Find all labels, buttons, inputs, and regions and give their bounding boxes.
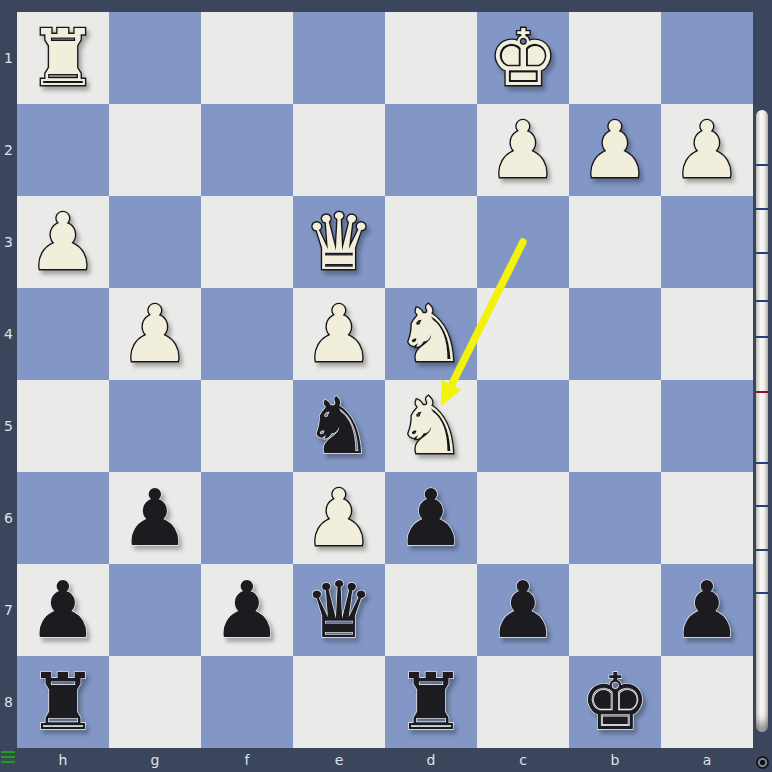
square-b7[interactable]: [569, 564, 661, 656]
file-label-g: g: [135, 751, 175, 769]
slider-tick: [756, 592, 768, 594]
piece-white-queen-e3[interactable]: ♛: [293, 196, 385, 288]
square-d1[interactable]: [385, 12, 477, 104]
square-a2[interactable]: ♟: [661, 104, 753, 196]
slider-tick: [756, 300, 768, 302]
slider-tick: [756, 336, 768, 338]
piece-white-knight-d4[interactable]: ♞: [385, 288, 477, 380]
square-d8[interactable]: ♜: [385, 656, 477, 748]
square-g8[interactable]: [109, 656, 201, 748]
square-b5[interactable]: [569, 380, 661, 472]
piece-black-rook-d8[interactable]: ♜: [385, 656, 477, 748]
piece-white-pawn-b2[interactable]: ♟: [569, 104, 661, 196]
square-e6[interactable]: ♟: [293, 472, 385, 564]
square-a8[interactable]: [661, 656, 753, 748]
square-c6[interactable]: [477, 472, 569, 564]
square-h8[interactable]: ♜: [17, 656, 109, 748]
slider-tick: [756, 164, 768, 166]
menu-line: [1, 761, 15, 763]
square-c1[interactable]: ♚: [477, 12, 569, 104]
square-d5[interactable]: ♞: [385, 380, 477, 472]
rank-label-5: 5: [0, 417, 17, 435]
square-c5[interactable]: [477, 380, 569, 472]
piece-black-queen-e7[interactable]: ♛: [293, 564, 385, 656]
piece-white-pawn-c2[interactable]: ♟: [477, 104, 569, 196]
rank-label-7: 7: [0, 601, 17, 619]
square-e2[interactable]: [293, 104, 385, 196]
square-g1[interactable]: [109, 12, 201, 104]
piece-black-pawn-c7[interactable]: ♟: [477, 564, 569, 656]
square-d6[interactable]: ♟: [385, 472, 477, 564]
square-a7[interactable]: ♟: [661, 564, 753, 656]
square-g4[interactable]: ♟: [109, 288, 201, 380]
square-f6[interactable]: [201, 472, 293, 564]
square-c8[interactable]: [477, 656, 569, 748]
chess-app-screen: ♜♚♟♟♟♟♛♟♟♞♞♞♟♟♟♟♟♛♟♟♜♜♚ 12345678 hgfedcb…: [0, 0, 772, 772]
rank-label-1: 1: [0, 49, 17, 67]
slider-tick: [756, 252, 768, 254]
piece-white-knight-d5[interactable]: ♞: [385, 380, 477, 472]
piece-white-pawn-h3[interactable]: ♟: [17, 196, 109, 288]
piece-white-pawn-e6[interactable]: ♟: [293, 472, 385, 564]
rank-label-4: 4: [0, 325, 17, 343]
piece-black-knight-e5[interactable]: ♞: [293, 380, 385, 472]
square-a5[interactable]: [661, 380, 753, 472]
rank-label-2: 2: [0, 141, 17, 159]
square-c2[interactable]: ♟: [477, 104, 569, 196]
square-f1[interactable]: [201, 12, 293, 104]
file-label-a: a: [687, 751, 727, 769]
piece-white-king-c1[interactable]: ♚: [477, 12, 569, 104]
file-label-c: c: [503, 751, 543, 769]
slider-tick: [756, 208, 768, 210]
slider-tick: [756, 505, 768, 507]
square-f7[interactable]: ♟: [201, 564, 293, 656]
piece-black-pawn-h7[interactable]: ♟: [17, 564, 109, 656]
square-b1[interactable]: [569, 12, 661, 104]
square-d4[interactable]: ♞: [385, 288, 477, 380]
menu-line: [1, 751, 15, 753]
square-e4[interactable]: ♟: [293, 288, 385, 380]
square-d7[interactable]: [385, 564, 477, 656]
square-b2[interactable]: ♟: [569, 104, 661, 196]
square-g3[interactable]: [109, 196, 201, 288]
square-a4[interactable]: [661, 288, 753, 380]
square-f5[interactable]: [201, 380, 293, 472]
file-label-e: e: [319, 751, 359, 769]
slider-tick: [756, 549, 768, 551]
square-g6[interactable]: ♟: [109, 472, 201, 564]
square-a6[interactable]: [661, 472, 753, 564]
piece-white-pawn-e4[interactable]: ♟: [293, 288, 385, 380]
square-e8[interactable]: [293, 656, 385, 748]
file-label-f: f: [227, 751, 267, 769]
chess-board: ♜♚♟♟♟♟♛♟♟♞♞♞♟♟♟♟♟♛♟♟♜♜♚: [17, 12, 753, 748]
square-b8[interactable]: ♚: [569, 656, 661, 748]
piece-black-rook-h8[interactable]: ♜: [17, 656, 109, 748]
square-b3[interactable]: [569, 196, 661, 288]
square-f4[interactable]: [201, 288, 293, 380]
square-h7[interactable]: ♟: [17, 564, 109, 656]
rank-label-3: 3: [0, 233, 17, 251]
slider-tick: [756, 462, 768, 464]
square-e3[interactable]: ♛: [293, 196, 385, 288]
square-e7[interactable]: ♛: [293, 564, 385, 656]
file-label-d: d: [411, 751, 451, 769]
square-b6[interactable]: [569, 472, 661, 564]
square-h4[interactable]: [17, 288, 109, 380]
piece-white-pawn-g4[interactable]: ♟: [109, 288, 201, 380]
piece-white-rook-h1[interactable]: ♜: [17, 12, 109, 104]
square-c4[interactable]: [477, 288, 569, 380]
square-h6[interactable]: [17, 472, 109, 564]
square-e1[interactable]: [293, 12, 385, 104]
black-to-move-indicator: [756, 756, 769, 769]
rank-label-8: 8: [0, 693, 17, 711]
move-slider[interactable]: [756, 110, 768, 732]
square-d2[interactable]: [385, 104, 477, 196]
rank-label-6: 6: [0, 509, 17, 527]
slider-current-tick: [756, 391, 768, 393]
file-label-h: h: [43, 751, 83, 769]
square-a1[interactable]: [661, 12, 753, 104]
square-a3[interactable]: [661, 196, 753, 288]
menu-lines-icon[interactable]: [1, 751, 16, 765]
menu-line: [1, 756, 15, 758]
piece-black-pawn-g6[interactable]: ♟: [109, 472, 201, 564]
square-b4[interactable]: [569, 288, 661, 380]
piece-black-pawn-a7[interactable]: ♟: [661, 564, 753, 656]
square-g2[interactable]: [109, 104, 201, 196]
file-label-b: b: [595, 751, 635, 769]
square-f2[interactable]: [201, 104, 293, 196]
square-f8[interactable]: [201, 656, 293, 748]
square-h1[interactable]: ♜: [17, 12, 109, 104]
square-d3[interactable]: [385, 196, 477, 288]
square-e5[interactable]: ♞: [293, 380, 385, 472]
square-g5[interactable]: [109, 380, 201, 472]
piece-black-pawn-d6[interactable]: ♟: [385, 472, 477, 564]
square-h2[interactable]: [17, 104, 109, 196]
piece-black-king-b8[interactable]: ♚: [569, 656, 661, 748]
piece-white-pawn-a2[interactable]: ♟: [661, 104, 753, 196]
square-c3[interactable]: [477, 196, 569, 288]
square-c7[interactable]: ♟: [477, 564, 569, 656]
piece-black-pawn-f7[interactable]: ♟: [201, 564, 293, 656]
square-g7[interactable]: [109, 564, 201, 656]
square-h5[interactable]: [17, 380, 109, 472]
square-f3[interactable]: [201, 196, 293, 288]
square-h3[interactable]: ♟: [17, 196, 109, 288]
